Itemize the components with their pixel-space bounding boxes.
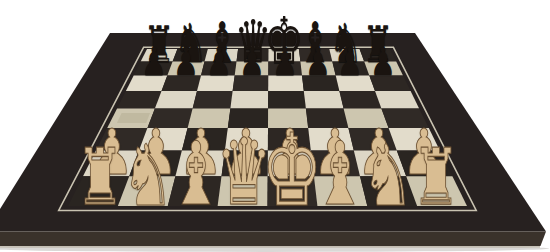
piece-black-pawn-c7: ♟ xyxy=(202,42,237,81)
piece-glyph: ♞ xyxy=(122,133,174,218)
piece-glyph: ♟ xyxy=(370,42,396,81)
piece-glyph: ♟ xyxy=(313,121,356,184)
piece-black-rook-h8: ♜ xyxy=(355,20,400,70)
piece-glyph: ♟ xyxy=(402,121,445,184)
piece-white-pawn-f2: ♟ xyxy=(306,121,362,184)
piece-glyph: ♟ xyxy=(224,121,267,184)
piece-black-king-e8: ♚ xyxy=(255,9,312,73)
piece-glyph: ♞ xyxy=(174,17,208,71)
piece-white-pawn-b2: ♟ xyxy=(128,121,184,184)
piece-white-knight-b1: ♞ xyxy=(109,133,185,218)
piece-black-pawn-h7: ♟ xyxy=(366,42,401,81)
piece-glyph: ♟ xyxy=(90,121,133,184)
piece-black-pawn-g7: ♟ xyxy=(333,42,368,81)
piece-glyph: ♛ xyxy=(234,12,271,71)
piece-white-rook-a1: ♜ xyxy=(65,138,135,216)
piece-glyph: ♜ xyxy=(412,138,460,216)
piece-black-pawn-f7: ♟ xyxy=(300,42,335,81)
piece-black-knight-b8: ♞ xyxy=(166,17,214,71)
piece-glyph: ♜ xyxy=(362,20,393,70)
piece-glyph: ♟ xyxy=(272,42,298,81)
piece-glyph: ♟ xyxy=(305,42,331,81)
piece-black-pawn-d7: ♟ xyxy=(235,42,270,81)
piece-black-bishop-f8: ♝ xyxy=(290,15,340,71)
chess-set-photo: ♜♞♝♛♚♝♞♜♟♟♟♟♟♟♟♟♟♟♟♟♟♟♟♟♜♞♝♛♚♝♞♜ xyxy=(0,0,550,252)
pieces-layer: ♜♞♝♛♚♝♞♜♟♟♟♟♟♟♟♟♟♟♟♟♟♟♟♟♜♞♝♛♚♝♞♜ xyxy=(0,0,550,252)
piece-black-pawn-b7: ♟ xyxy=(169,42,204,81)
piece-glyph: ♟ xyxy=(179,121,222,184)
piece-black-queen-d8: ♛ xyxy=(226,12,279,71)
piece-glyph: ♞ xyxy=(362,133,414,218)
piece-black-pawn-a7: ♟ xyxy=(136,42,171,81)
piece-black-rook-a8: ♜ xyxy=(137,20,182,70)
piece-glyph: ♟ xyxy=(337,42,363,81)
piece-white-bishop-c1: ♝ xyxy=(157,131,235,218)
piece-black-bishop-c8: ♝ xyxy=(197,15,247,71)
piece-glyph: ♞ xyxy=(329,17,363,71)
piece-white-knight-g1: ♞ xyxy=(350,133,426,218)
piece-glyph: ♟ xyxy=(135,121,178,184)
piece-glyph: ♝ xyxy=(298,15,333,71)
piece-glyph: ♟ xyxy=(239,42,265,81)
piece-glyph: ♜ xyxy=(76,138,124,216)
piece-white-pawn-h2: ♟ xyxy=(396,121,452,184)
piece-white-pawn-d2: ♟ xyxy=(217,121,273,184)
piece-black-pawn-e7: ♟ xyxy=(267,42,302,81)
piece-glyph: ♝ xyxy=(169,131,222,218)
piece-glyph: ♛ xyxy=(216,127,272,219)
piece-glyph: ♟ xyxy=(206,42,232,81)
piece-white-bishop-f1: ♝ xyxy=(301,131,379,218)
piece-glyph: ♟ xyxy=(141,42,167,81)
piece-glyph: ♟ xyxy=(269,121,312,184)
piece-white-queen-d1: ♛ xyxy=(202,127,284,219)
piece-white-pawn-c2: ♟ xyxy=(173,121,229,184)
piece-glyph: ♟ xyxy=(173,42,199,81)
piece-glyph: ♟ xyxy=(358,121,401,184)
piece-glyph: ♝ xyxy=(204,15,239,71)
piece-white-pawn-g2: ♟ xyxy=(351,121,407,184)
piece-glyph: ♝ xyxy=(313,131,366,218)
piece-glyph: ♜ xyxy=(144,20,175,70)
piece-white-pawn-a2: ♟ xyxy=(84,121,140,184)
piece-white-pawn-e2: ♟ xyxy=(262,121,318,184)
piece-white-king-e1: ♚ xyxy=(247,121,337,221)
piece-glyph: ♚ xyxy=(264,9,304,73)
piece-black-knight-g8: ♞ xyxy=(322,17,370,71)
piece-white-rook-h1: ♜ xyxy=(401,138,471,216)
piece-glyph: ♚ xyxy=(261,121,322,221)
